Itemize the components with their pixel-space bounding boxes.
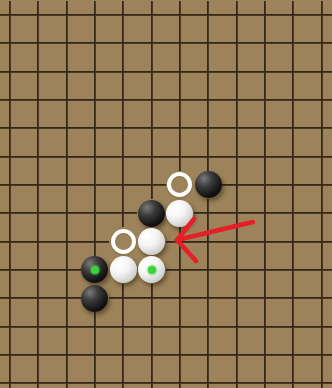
intersection[interactable] [251,199,279,227]
intersection[interactable] [279,256,307,284]
intersection[interactable] [307,1,332,29]
intersection[interactable] [194,1,222,29]
intersection[interactable] [279,1,307,29]
white-stone[interactable] [110,256,137,283]
intersection[interactable] [109,29,137,57]
intersection[interactable] [52,284,80,312]
intersection[interactable] [52,227,80,255]
intersection[interactable] [81,57,109,85]
intersection[interactable] [52,341,80,369]
intersection[interactable] [222,57,250,85]
intersection[interactable] [81,369,109,388]
intersection[interactable] [24,57,52,85]
intersection[interactable] [279,86,307,114]
intersection[interactable] [0,86,24,114]
intersection[interactable] [222,171,250,199]
intersection[interactable] [81,142,109,170]
intersection[interactable] [194,199,222,227]
intersection[interactable] [24,341,52,369]
intersection[interactable] [109,142,137,170]
intersection[interactable] [307,256,332,284]
intersection[interactable] [307,57,332,85]
intersection[interactable] [194,227,222,255]
intersection[interactable] [307,142,332,170]
intersection[interactable] [52,312,80,340]
intersection[interactable] [251,57,279,85]
intersection[interactable] [307,29,332,57]
intersection[interactable] [166,227,194,255]
intersection[interactable] [279,199,307,227]
intersection[interactable] [0,312,24,340]
intersection[interactable] [222,312,250,340]
intersection[interactable] [137,1,165,29]
intersection[interactable] [109,171,137,199]
intersection[interactable] [137,312,165,340]
intersection[interactable] [137,341,165,369]
white-ring-marker[interactable] [111,229,136,254]
intersection[interactable] [109,199,137,227]
intersection[interactable] [251,256,279,284]
intersection[interactable] [166,369,194,388]
intersection[interactable] [166,341,194,369]
intersection[interactable] [166,312,194,340]
intersection[interactable] [109,284,137,312]
intersection[interactable] [109,86,137,114]
intersection[interactable] [52,57,80,85]
intersection[interactable] [307,369,332,388]
intersection[interactable] [222,86,250,114]
intersection[interactable] [81,199,109,227]
intersection[interactable] [0,171,24,199]
intersection[interactable] [166,86,194,114]
intersection[interactable] [81,29,109,57]
intersection[interactable] [81,312,109,340]
go-board [0,0,332,388]
intersection[interactable] [194,284,222,312]
intersection[interactable] [307,312,332,340]
intersection[interactable] [24,256,52,284]
intersection[interactable] [109,1,137,29]
intersection[interactable] [194,369,222,388]
intersection[interactable] [0,57,24,85]
intersection[interactable] [52,171,80,199]
intersection[interactable] [166,114,194,142]
intersection[interactable] [194,142,222,170]
intersection[interactable] [194,29,222,57]
black-stone[interactable] [138,200,165,227]
intersection[interactable] [0,199,24,227]
intersection[interactable] [307,171,332,199]
intersection[interactable] [0,256,24,284]
intersection[interactable] [137,171,165,199]
board-grid [0,1,332,388]
white-stone[interactable] [166,200,193,227]
intersection[interactable] [81,227,109,255]
intersection[interactable] [137,142,165,170]
intersection[interactable] [109,369,137,388]
intersection[interactable] [194,256,222,284]
intersection[interactable] [279,227,307,255]
intersection[interactable] [81,1,109,29]
intersection[interactable] [251,369,279,388]
intersection[interactable] [251,29,279,57]
intersection[interactable] [52,256,80,284]
intersection[interactable] [0,142,24,170]
intersection[interactable] [137,29,165,57]
intersection[interactable] [222,341,250,369]
intersection[interactable] [0,114,24,142]
intersection[interactable] [166,142,194,170]
intersection[interactable] [52,114,80,142]
intersection[interactable] [251,86,279,114]
intersection[interactable] [307,341,332,369]
intersection[interactable] [194,114,222,142]
intersection[interactable] [24,142,52,170]
black-stone[interactable] [81,285,108,312]
intersection[interactable] [251,227,279,255]
intersection[interactable] [222,114,250,142]
intersection[interactable] [222,142,250,170]
intersection[interactable] [24,171,52,199]
intersection[interactable] [279,341,307,369]
intersection[interactable] [24,29,52,57]
intersection[interactable] [0,227,24,255]
intersection[interactable] [24,284,52,312]
intersection[interactable] [52,142,80,170]
intersection[interactable] [52,29,80,57]
intersection[interactable] [279,29,307,57]
intersection[interactable] [137,86,165,114]
intersection[interactable] [137,57,165,85]
intersection[interactable] [194,57,222,85]
intersection[interactable] [24,199,52,227]
intersection[interactable] [0,284,24,312]
intersection[interactable] [166,256,194,284]
intersection[interactable] [52,1,80,29]
intersection[interactable] [24,1,52,29]
intersection[interactable] [251,284,279,312]
intersection[interactable] [251,142,279,170]
intersection[interactable] [137,284,165,312]
intersection[interactable] [222,1,250,29]
intersection[interactable] [24,86,52,114]
intersection[interactable] [81,114,109,142]
intersection[interactable] [194,341,222,369]
intersection[interactable] [166,29,194,57]
intersection[interactable] [222,29,250,57]
intersection[interactable] [251,312,279,340]
intersection[interactable] [279,369,307,388]
intersection[interactable] [279,284,307,312]
intersection[interactable] [109,341,137,369]
intersection[interactable] [109,312,137,340]
intersection[interactable] [251,114,279,142]
intersection[interactable] [52,199,80,227]
intersection[interactable] [24,114,52,142]
intersection[interactable] [109,57,137,85]
intersection[interactable] [222,256,250,284]
intersection[interactable] [24,369,52,388]
intersection[interactable] [194,86,222,114]
intersection[interactable] [307,284,332,312]
intersection[interactable] [0,341,24,369]
intersection[interactable] [307,227,332,255]
last-move-dot [91,266,99,274]
last-move-dot [148,266,156,274]
intersection[interactable] [24,312,52,340]
black-stone[interactable] [81,256,108,283]
intersection[interactable] [222,284,250,312]
intersection[interactable] [279,57,307,85]
intersection[interactable] [251,1,279,29]
intersection[interactable] [222,227,250,255]
intersection[interactable] [24,227,52,255]
intersection[interactable] [137,369,165,388]
intersection[interactable] [166,1,194,29]
intersection[interactable] [279,114,307,142]
white-stone[interactable] [138,228,165,255]
intersection[interactable] [222,199,250,227]
intersection[interactable] [279,142,307,170]
intersection[interactable] [222,369,250,388]
intersection[interactable] [0,29,24,57]
intersection[interactable] [251,341,279,369]
intersection[interactable] [166,284,194,312]
intersection[interactable] [109,114,137,142]
intersection[interactable] [279,312,307,340]
intersection[interactable] [307,86,332,114]
intersection[interactable] [81,171,109,199]
intersection[interactable] [307,199,332,227]
intersection[interactable] [194,312,222,340]
intersection[interactable] [0,369,24,388]
intersection[interactable] [166,57,194,85]
intersection[interactable] [279,171,307,199]
intersection[interactable] [81,341,109,369]
intersection[interactable] [81,86,109,114]
intersection[interactable] [52,86,80,114]
intersection[interactable] [137,114,165,142]
intersection[interactable] [52,369,80,388]
intersection[interactable] [251,171,279,199]
intersection[interactable] [0,1,24,29]
white-stone[interactable] [138,256,165,283]
intersection[interactable] [307,114,332,142]
black-stone[interactable] [195,171,222,198]
white-ring-marker[interactable] [167,172,192,197]
